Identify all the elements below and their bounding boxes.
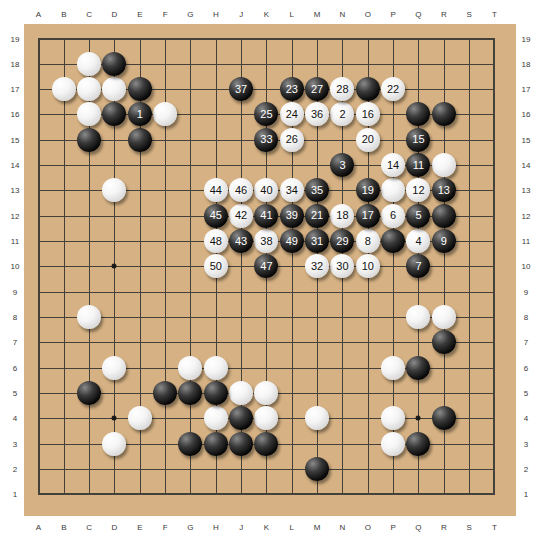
stone-black[interactable]: [77, 128, 101, 152]
stone-white-move-6[interactable]: 6: [381, 204, 405, 228]
col-label-top: B: [61, 10, 66, 19]
row-label-left: 8: [13, 313, 17, 322]
col-label-bottom: E: [137, 523, 142, 532]
stone-move-number: 36: [311, 109, 323, 120]
stone-move-number: 7: [415, 261, 421, 272]
row-label-right: 1: [524, 490, 528, 499]
star-point: [112, 264, 117, 269]
row-label-right: 15: [522, 135, 531, 144]
stone-move-number: 30: [336, 261, 348, 272]
stone-white-move-44[interactable]: 44: [204, 178, 228, 202]
stone-move-number: 4: [415, 236, 421, 247]
stone-move-number: 40: [260, 185, 272, 196]
stone-move-number: 10: [362, 261, 374, 272]
row-label-left: 10: [11, 262, 20, 271]
stone-black-move-33[interactable]: 33: [254, 128, 278, 152]
stone-black-move-39[interactable]: 39: [280, 204, 304, 228]
col-label-top: R: [441, 10, 447, 19]
col-label-bottom: R: [441, 523, 447, 532]
stone-black[interactable]: [229, 406, 253, 430]
stone-move-number: 2: [339, 109, 345, 120]
row-label-left: 4: [13, 414, 17, 423]
stone-move-number: 5: [415, 210, 421, 221]
stone-black-move-27[interactable]: 27: [305, 77, 329, 101]
stone-white[interactable]: [432, 153, 456, 177]
row-label-right: 19: [522, 34, 531, 43]
stone-white[interactable]: [229, 381, 253, 405]
stone-white-move-30[interactable]: 30: [330, 254, 354, 278]
stone-move-number: 47: [260, 261, 272, 272]
stone-white-move-12[interactable]: 12: [406, 178, 430, 202]
stone-white-move-26[interactable]: 26: [280, 128, 304, 152]
stone-move-number: 17: [362, 210, 374, 221]
stone-white[interactable]: [128, 406, 152, 430]
stone-black[interactable]: [204, 432, 228, 456]
stone-white[interactable]: [102, 432, 126, 456]
stone-white-move-34[interactable]: 34: [280, 178, 304, 202]
stone-white-move-48[interactable]: 48: [204, 229, 228, 253]
stone-move-number: 37: [235, 84, 247, 95]
stone-black[interactable]: [204, 381, 228, 405]
stone-move-number: 29: [336, 236, 348, 247]
row-label-left: 16: [11, 110, 20, 119]
col-label-bottom: O: [365, 523, 371, 532]
row-label-right: 2: [524, 465, 528, 474]
col-label-bottom: D: [112, 523, 118, 532]
stone-move-number: 34: [286, 185, 298, 196]
row-label-left: 17: [11, 85, 20, 94]
stone-black-move-7[interactable]: 7: [406, 254, 430, 278]
col-label-bottom: C: [86, 523, 92, 532]
col-label-bottom: S: [466, 523, 471, 532]
col-label-bottom: A: [36, 523, 41, 532]
stone-black[interactable]: [406, 432, 430, 456]
row-label-left: 15: [11, 135, 20, 144]
row-label-left: 3: [13, 439, 17, 448]
row-label-left: 18: [11, 59, 20, 68]
row-label-left: 13: [11, 186, 20, 195]
stone-black-move-37[interactable]: 37: [229, 77, 253, 101]
row-label-right: 5: [524, 389, 528, 398]
stone-white[interactable]: [102, 178, 126, 202]
stone-move-number: 41: [260, 210, 272, 221]
stone-black-move-47[interactable]: 47: [254, 254, 278, 278]
col-label-top: T: [492, 10, 497, 19]
row-label-right: 16: [522, 110, 531, 119]
col-label-top: C: [86, 10, 92, 19]
stone-white-move-20[interactable]: 20: [356, 128, 380, 152]
stone-black[interactable]: [77, 381, 101, 405]
stone-white[interactable]: [406, 305, 430, 329]
stone-white-move-42[interactable]: 42: [229, 204, 253, 228]
stone-move-number: 45: [210, 210, 222, 221]
col-label-bottom: J: [239, 523, 243, 532]
stone-white-move-38[interactable]: 38: [254, 229, 278, 253]
col-label-bottom: M: [314, 523, 321, 532]
stone-move-number: 13: [438, 185, 450, 196]
row-label-left: 9: [13, 287, 17, 296]
stone-move-number: 49: [286, 236, 298, 247]
row-label-right: 18: [522, 59, 531, 68]
row-label-right: 12: [522, 211, 531, 220]
stone-white[interactable]: [432, 305, 456, 329]
stone-white[interactable]: [381, 432, 405, 456]
row-label-left: 12: [11, 211, 20, 220]
stone-black-move-29[interactable]: 29: [330, 229, 354, 253]
col-label-bottom: B: [61, 523, 66, 532]
stone-black[interactable]: [432, 102, 456, 126]
stone-move-number: 48: [210, 236, 222, 247]
stone-black[interactable]: [432, 204, 456, 228]
stone-black[interactable]: [381, 229, 405, 253]
stone-move-number: 1: [137, 109, 143, 120]
col-label-top: L: [290, 10, 294, 19]
stone-black[interactable]: [128, 77, 152, 101]
row-label-right: 14: [522, 161, 531, 170]
row-label-right: 8: [524, 313, 528, 322]
col-label-top: S: [466, 10, 471, 19]
stone-black[interactable]: [406, 102, 430, 126]
stone-black-move-15[interactable]: 15: [406, 128, 430, 152]
stone-move-number: 33: [260, 134, 272, 145]
stone-black-move-23[interactable]: 23: [280, 77, 304, 101]
stone-black[interactable]: [229, 432, 253, 456]
stone-black-move-35[interactable]: 35: [305, 178, 329, 202]
stone-white[interactable]: [254, 406, 278, 430]
stone-white-move-24[interactable]: 24: [280, 102, 304, 126]
stone-move-number: 44: [210, 185, 222, 196]
stone-white[interactable]: [77, 305, 101, 329]
stone-black-move-3[interactable]: 3: [330, 153, 354, 177]
stone-black[interactable]: [102, 102, 126, 126]
stone-black-move-5[interactable]: 5: [406, 204, 430, 228]
stone-black[interactable]: [153, 381, 177, 405]
stone-white[interactable]: [204, 406, 228, 430]
stone-move-number: 19: [362, 185, 374, 196]
col-label-top: H: [213, 10, 219, 19]
stone-white[interactable]: [102, 77, 126, 101]
stone-move-number: 43: [235, 236, 247, 247]
stone-move-number: 39: [286, 210, 298, 221]
row-label-right: 17: [522, 85, 531, 94]
col-label-bottom: G: [187, 523, 193, 532]
stone-move-number: 15: [412, 134, 424, 145]
stone-move-number: 35: [311, 185, 323, 196]
stone-white-move-10[interactable]: 10: [356, 254, 380, 278]
stone-black-move-11[interactable]: 11: [406, 153, 430, 177]
stone-white-move-50[interactable]: 50: [204, 254, 228, 278]
stone-move-number: 42: [235, 210, 247, 221]
stone-white[interactable]: [204, 356, 228, 380]
stone-white-move-36[interactable]: 36: [305, 102, 329, 126]
stone-black-move-21[interactable]: 21: [305, 204, 329, 228]
row-label-right: 7: [524, 338, 528, 347]
stone-black-move-17[interactable]: 17: [356, 204, 380, 228]
col-label-bottom: L: [290, 523, 294, 532]
row-label-right: 9: [524, 287, 528, 296]
stone-black[interactable]: [178, 381, 202, 405]
col-label-top: G: [187, 10, 193, 19]
col-label-top: F: [163, 10, 168, 19]
stone-white[interactable]: [381, 178, 405, 202]
col-label-bottom: K: [264, 523, 269, 532]
col-label-top: D: [112, 10, 118, 19]
col-label-bottom: P: [390, 523, 395, 532]
stone-move-number: 6: [390, 210, 396, 221]
row-label-left: 5: [13, 389, 17, 398]
stone-black-move-9[interactable]: 9: [432, 229, 456, 253]
stone-white[interactable]: [381, 406, 405, 430]
stone-black[interactable]: [128, 128, 152, 152]
stone-black[interactable]: [406, 356, 430, 380]
row-label-right: 10: [522, 262, 531, 271]
stone-white-move-16[interactable]: 16: [356, 102, 380, 126]
stone-white-move-18[interactable]: 18: [330, 204, 354, 228]
stone-move-number: 24: [286, 109, 298, 120]
stone-move-number: 27: [311, 84, 323, 95]
stone-black[interactable]: [178, 432, 202, 456]
star-point: [112, 416, 117, 421]
col-label-top: E: [137, 10, 142, 19]
stone-white-move-2[interactable]: 2: [330, 102, 354, 126]
stone-black[interactable]: [102, 52, 126, 76]
stone-white[interactable]: [52, 77, 76, 101]
stone-move-number: 20: [362, 134, 374, 145]
row-label-left: 6: [13, 363, 17, 372]
col-label-top: A: [36, 10, 41, 19]
col-label-top: Q: [415, 10, 421, 19]
star-point: [416, 416, 421, 421]
stone-white-move-32[interactable]: 32: [305, 254, 329, 278]
stone-white[interactable]: [77, 102, 101, 126]
row-label-left: 19: [11, 34, 20, 43]
stone-white-move-28[interactable]: 28: [330, 77, 354, 101]
stone-move-number: 21: [311, 210, 323, 221]
stone-black-move-1[interactable]: 1: [128, 102, 152, 126]
stone-white-move-8[interactable]: 8: [356, 229, 380, 253]
stone-move-number: 25: [260, 109, 272, 120]
row-label-right: 13: [522, 186, 531, 195]
stone-white[interactable]: [381, 356, 405, 380]
row-label-left: 14: [11, 161, 20, 170]
col-label-bottom: N: [340, 523, 346, 532]
stone-move-number: 3: [339, 160, 345, 171]
stone-black[interactable]: [356, 77, 380, 101]
row-label-left: 1: [13, 490, 17, 499]
stone-move-number: 9: [441, 236, 447, 247]
row-label-left: 7: [13, 338, 17, 347]
stone-move-number: 28: [336, 84, 348, 95]
stone-white[interactable]: [77, 52, 101, 76]
stone-white-move-46[interactable]: 46: [229, 178, 253, 202]
stone-black[interactable]: [305, 457, 329, 481]
stone-black-move-49[interactable]: 49: [280, 229, 304, 253]
stone-move-number: 26: [286, 134, 298, 145]
stone-white[interactable]: [77, 77, 101, 101]
col-label-bottom: T: [492, 523, 497, 532]
stone-white[interactable]: [153, 102, 177, 126]
col-label-bottom: H: [213, 523, 219, 532]
stone-black-move-41[interactable]: 41: [254, 204, 278, 228]
stone-move-number: 11: [413, 160, 424, 171]
col-label-bottom: F: [163, 523, 168, 532]
row-label-right: 3: [524, 439, 528, 448]
row-label-right: 6: [524, 363, 528, 372]
stone-move-number: 46: [235, 185, 247, 196]
stone-white-move-22[interactable]: 22: [381, 77, 405, 101]
stone-move-number: 50: [210, 261, 222, 272]
stone-white[interactable]: [102, 356, 126, 380]
stone-white[interactable]: [254, 381, 278, 405]
stone-move-number: 16: [362, 109, 374, 120]
stone-white-move-40[interactable]: 40: [254, 178, 278, 202]
row-label-right: 4: [524, 414, 528, 423]
col-label-bottom: Q: [415, 523, 421, 532]
stone-move-number: 18: [336, 210, 348, 221]
col-label-top: O: [365, 10, 371, 19]
stone-white-move-14[interactable]: 14: [381, 153, 405, 177]
stone-move-number: 23: [286, 84, 298, 95]
go-diagram: AABBCCDDEEFFGGHHJJKKLLMMNNOOPPQQRRSSTT19…: [0, 0, 540, 540]
stone-move-number: 14: [387, 160, 399, 171]
stone-black-move-19[interactable]: 19: [356, 178, 380, 202]
col-label-top: P: [390, 10, 395, 19]
col-label-top: M: [314, 10, 321, 19]
stone-move-number: 38: [260, 236, 272, 247]
row-label-left: 11: [11, 237, 19, 246]
row-label-right: 11: [522, 237, 530, 246]
col-label-top: J: [239, 10, 243, 19]
stone-move-number: 32: [311, 261, 323, 272]
stone-black-move-31[interactable]: 31: [305, 229, 329, 253]
stone-black-move-43[interactable]: 43: [229, 229, 253, 253]
stone-white[interactable]: [305, 406, 329, 430]
stone-move-number: 31: [311, 236, 323, 247]
stone-white-move-4[interactable]: 4: [406, 229, 430, 253]
stone-move-number: 12: [412, 185, 424, 196]
col-label-top: N: [340, 10, 346, 19]
stone-black-move-13[interactable]: 13: [432, 178, 456, 202]
col-label-top: K: [264, 10, 269, 19]
stone-white[interactable]: [178, 356, 202, 380]
stone-black[interactable]: [254, 432, 278, 456]
stone-black-move-45[interactable]: 45: [204, 204, 228, 228]
stone-black[interactable]: [432, 330, 456, 354]
stone-black-move-25[interactable]: 25: [254, 102, 278, 126]
stone-move-number: 22: [387, 84, 399, 95]
stone-black[interactable]: [432, 406, 456, 430]
stone-move-number: 8: [365, 236, 371, 247]
row-label-left: 2: [13, 465, 17, 474]
